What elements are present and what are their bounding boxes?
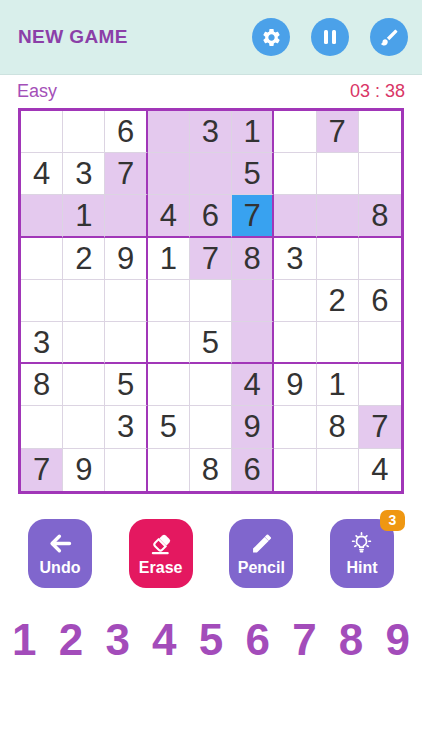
cell-r8c1[interactable] bbox=[21, 406, 63, 448]
cell-r3c4[interactable]: 4 bbox=[148, 195, 190, 237]
numpad-digit-9[interactable]: 9 bbox=[386, 618, 410, 662]
eraser-icon bbox=[147, 530, 174, 558]
cell-r1c7[interactable] bbox=[274, 111, 316, 153]
cell-r9c1[interactable]: 7 bbox=[21, 449, 63, 491]
cell-r5c4[interactable] bbox=[148, 280, 190, 322]
cell-r4c5[interactable]: 7 bbox=[190, 238, 232, 280]
cell-r1c5[interactable]: 3 bbox=[190, 111, 232, 153]
cell-r5c3[interactable] bbox=[105, 280, 147, 322]
cell-r8c9[interactable]: 7 bbox=[359, 406, 401, 448]
cell-r4c9[interactable] bbox=[359, 238, 401, 280]
numpad-digit-7[interactable]: 7 bbox=[292, 618, 316, 662]
cell-r7c6[interactable]: 4 bbox=[232, 364, 274, 406]
cell-r1c8[interactable]: 7 bbox=[317, 111, 359, 153]
numpad-digit-3[interactable]: 3 bbox=[105, 618, 129, 662]
cell-r9c6[interactable]: 6 bbox=[232, 449, 274, 491]
cell-r1c6[interactable]: 1 bbox=[232, 111, 274, 153]
cell-r6c7[interactable] bbox=[274, 322, 316, 364]
cell-r3c6[interactable]: 7 bbox=[232, 195, 274, 237]
cell-r4c1[interactable] bbox=[21, 238, 63, 280]
cell-r7c5[interactable] bbox=[190, 364, 232, 406]
cell-r5c7[interactable] bbox=[274, 280, 316, 322]
hint-badge: 3 bbox=[380, 510, 405, 531]
hint-label: Hint bbox=[346, 559, 377, 577]
cell-r5c1[interactable] bbox=[21, 280, 63, 322]
cell-r8c3[interactable]: 3 bbox=[105, 406, 147, 448]
cell-r9c7[interactable] bbox=[274, 449, 316, 491]
settings-button[interactable] bbox=[252, 18, 290, 56]
cell-r1c9[interactable] bbox=[359, 111, 401, 153]
header-bar: NEW GAME bbox=[0, 0, 422, 75]
cell-r6c9[interactable] bbox=[359, 322, 401, 364]
cell-r5c8[interactable]: 2 bbox=[317, 280, 359, 322]
cell-r2c2[interactable]: 3 bbox=[63, 153, 105, 195]
cell-r6c8[interactable] bbox=[317, 322, 359, 364]
erase-button[interactable]: Erase bbox=[129, 519, 193, 588]
status-bar: Easy 03 : 38 bbox=[0, 75, 422, 108]
sudoku-board: 63174375146782917832635854913598779864 bbox=[18, 108, 404, 494]
cell-r9c4[interactable] bbox=[148, 449, 190, 491]
cell-r3c8[interactable] bbox=[317, 195, 359, 237]
difficulty-label: Easy bbox=[17, 81, 57, 102]
hint-button[interactable]: 3 Hint bbox=[330, 519, 394, 588]
cell-r5c2[interactable] bbox=[63, 280, 105, 322]
cell-r3c5[interactable]: 6 bbox=[190, 195, 232, 237]
cell-r2c6[interactable]: 5 bbox=[232, 153, 274, 195]
cell-r6c4[interactable] bbox=[148, 322, 190, 364]
cell-r9c2[interactable]: 9 bbox=[63, 449, 105, 491]
cell-r4c4[interactable]: 1 bbox=[148, 238, 190, 280]
erase-label: Erase bbox=[139, 559, 183, 577]
numpad-digit-5[interactable]: 5 bbox=[199, 618, 223, 662]
numpad-digit-6[interactable]: 6 bbox=[245, 618, 269, 662]
cell-r1c4[interactable] bbox=[148, 111, 190, 153]
cell-r5c9[interactable]: 6 bbox=[359, 280, 401, 322]
cell-r5c6[interactable] bbox=[232, 280, 274, 322]
cell-r8c4[interactable]: 5 bbox=[148, 406, 190, 448]
cell-r6c1[interactable]: 3 bbox=[21, 322, 63, 364]
cell-r2c8[interactable] bbox=[317, 153, 359, 195]
cell-r7c8[interactable]: 1 bbox=[317, 364, 359, 406]
cell-r6c5[interactable]: 5 bbox=[190, 322, 232, 364]
cell-r6c3[interactable] bbox=[105, 322, 147, 364]
cell-r1c3[interactable]: 6 bbox=[105, 111, 147, 153]
cell-r4c6[interactable]: 8 bbox=[232, 238, 274, 280]
timer: 03 : 38 bbox=[350, 81, 405, 102]
number-pad: 123456789 bbox=[0, 618, 422, 662]
cell-r9c3[interactable] bbox=[105, 449, 147, 491]
cell-r2c1[interactable]: 4 bbox=[21, 153, 63, 195]
numpad-digit-1[interactable]: 1 bbox=[12, 618, 36, 662]
cell-r2c9[interactable] bbox=[359, 153, 401, 195]
lightbulb-icon bbox=[348, 530, 375, 558]
numpad-digit-2[interactable]: 2 bbox=[59, 618, 83, 662]
cell-r2c3[interactable]: 7 bbox=[105, 153, 147, 195]
cell-r2c7[interactable] bbox=[274, 153, 316, 195]
paintbrush-icon bbox=[379, 27, 400, 48]
page-title: NEW GAME bbox=[14, 26, 231, 48]
cell-r7c3[interactable]: 5 bbox=[105, 364, 147, 406]
undo-button[interactable]: Undo bbox=[28, 519, 92, 588]
cell-r9c5[interactable]: 8 bbox=[190, 449, 232, 491]
undo-arrow-icon bbox=[47, 530, 74, 558]
numpad-digit-8[interactable]: 8 bbox=[339, 618, 363, 662]
pause-button[interactable] bbox=[311, 18, 349, 56]
cell-r8c8[interactable]: 8 bbox=[317, 406, 359, 448]
pencil-button[interactable]: Pencil bbox=[229, 519, 293, 588]
cell-r8c7[interactable] bbox=[274, 406, 316, 448]
gear-icon bbox=[261, 27, 282, 48]
numpad-digit-4[interactable]: 4 bbox=[152, 618, 176, 662]
pause-icon bbox=[324, 30, 336, 44]
cell-r1c2[interactable] bbox=[63, 111, 105, 153]
cell-r7c1[interactable]: 8 bbox=[21, 364, 63, 406]
cell-r7c2[interactable] bbox=[63, 364, 105, 406]
cell-r9c9[interactable]: 4 bbox=[359, 449, 401, 491]
cell-r4c7[interactable]: 3 bbox=[274, 238, 316, 280]
cell-r2c5[interactable] bbox=[190, 153, 232, 195]
cell-r6c2[interactable] bbox=[63, 322, 105, 364]
cell-r6c6[interactable] bbox=[232, 322, 274, 364]
cell-r3c1[interactable] bbox=[21, 195, 63, 237]
cell-r3c3[interactable] bbox=[105, 195, 147, 237]
cell-r3c9[interactable]: 8 bbox=[359, 195, 401, 237]
cell-r4c3[interactable]: 9 bbox=[105, 238, 147, 280]
pencil-label: Pencil bbox=[238, 559, 285, 577]
pencil-icon bbox=[248, 530, 275, 558]
cell-r7c9[interactable] bbox=[359, 364, 401, 406]
cell-r8c2[interactable] bbox=[63, 406, 105, 448]
cell-r9c8[interactable] bbox=[317, 449, 359, 491]
toolbar: Undo Erase Pencil 3 Hint bbox=[0, 519, 422, 588]
cell-r8c5[interactable] bbox=[190, 406, 232, 448]
cell-r3c2[interactable]: 1 bbox=[63, 195, 105, 237]
cell-r4c2[interactable]: 2 bbox=[63, 238, 105, 280]
cell-r3c7[interactable] bbox=[274, 195, 316, 237]
undo-label: Undo bbox=[40, 559, 81, 577]
cell-r7c4[interactable] bbox=[148, 364, 190, 406]
cell-r4c8[interactable] bbox=[317, 238, 359, 280]
cell-r7c7[interactable]: 9 bbox=[274, 364, 316, 406]
cell-r2c4[interactable] bbox=[148, 153, 190, 195]
cell-r1c1[interactable] bbox=[21, 111, 63, 153]
cell-r5c5[interactable] bbox=[190, 280, 232, 322]
theme-button[interactable] bbox=[370, 18, 408, 56]
cell-r8c6[interactable]: 9 bbox=[232, 406, 274, 448]
